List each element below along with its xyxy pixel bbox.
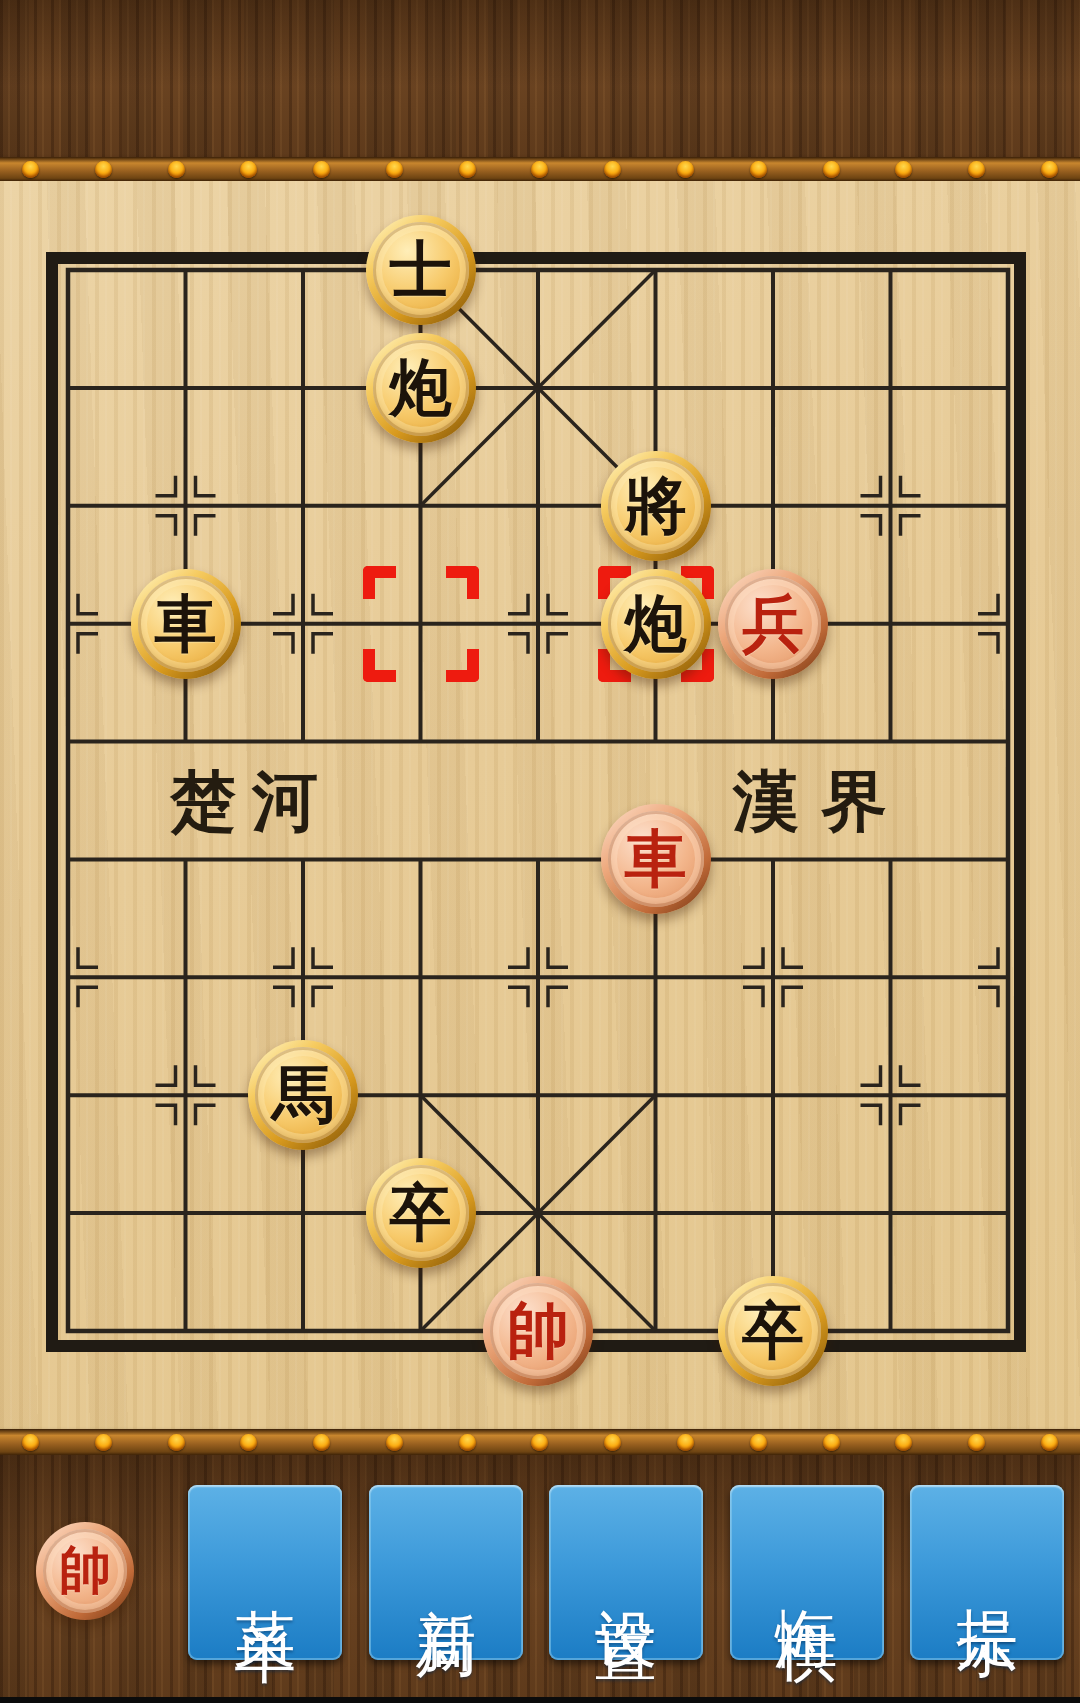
last-move-origin-marker (363, 566, 479, 682)
button-label: 新局 (404, 1559, 488, 1587)
rivet (531, 1434, 548, 1451)
rivet (240, 161, 257, 178)
piece-character: 車 (155, 582, 217, 666)
piece-character: 將 (625, 464, 687, 548)
rivet (168, 161, 185, 178)
new-game-button[interactable]: 新局 (369, 1485, 523, 1660)
marker-corner (363, 649, 396, 682)
rivet (895, 161, 912, 178)
top-wood-panel (0, 0, 1080, 158)
river-label-left: 楚河 (142, 762, 362, 842)
rivet (240, 1434, 257, 1451)
piece-character: 馬 (272, 1053, 334, 1137)
rivet (750, 161, 767, 178)
rivet (386, 161, 403, 178)
rivet (604, 1434, 621, 1451)
piece-black-soldier[interactable]: 卒 (366, 1158, 476, 1268)
rivet (168, 1434, 185, 1451)
settings-button[interactable]: 设置 (549, 1485, 703, 1660)
rivet (968, 1434, 985, 1451)
piece-character: 車 (625, 817, 687, 901)
xiangqi-app: 楚河 漢界 士炮將車炮兵車馬卒帥卒 帥 菜单新局设置悔棋提示 (0, 0, 1080, 1703)
piece-black-general[interactable]: 將 (601, 451, 711, 561)
piece-red-chariot[interactable]: 車 (601, 804, 711, 914)
piece-black-cannon[interactable]: 炮 (601, 569, 711, 679)
piece-black-cannon[interactable]: 炮 (366, 333, 476, 443)
red-general-tray-icon[interactable]: 帥 (36, 1522, 134, 1620)
piece-red-soldier[interactable]: 兵 (718, 569, 828, 679)
piece-black-horse[interactable]: 馬 (248, 1040, 358, 1150)
rivet (313, 161, 330, 178)
rivet (968, 161, 985, 178)
undo-button[interactable]: 悔棋 (730, 1485, 884, 1660)
piece-character: 帥 (507, 1289, 569, 1373)
piece-black-soldier[interactable]: 卒 (718, 1276, 828, 1386)
rivet (459, 1434, 476, 1451)
top-rivet-bar (0, 157, 1080, 182)
piece-black-advisor[interactable]: 士 (366, 215, 476, 325)
river-label-right: 漢界 (711, 762, 931, 842)
rivet (1041, 1434, 1058, 1451)
rivet (95, 1434, 112, 1451)
rivet (386, 1434, 403, 1451)
rivet (895, 1434, 912, 1451)
rivet (677, 161, 694, 178)
bottom-strip (0, 1697, 1080, 1703)
piece-character: 炮 (625, 582, 687, 666)
rivet (604, 161, 621, 178)
rivet (22, 161, 39, 178)
hint-button[interactable]: 提示 (910, 1485, 1064, 1660)
piece-character: 卒 (390, 1171, 452, 1255)
button-label: 菜单 (223, 1559, 307, 1587)
button-label: 悔棋 (765, 1559, 849, 1587)
rivet (22, 1434, 39, 1451)
rivet (313, 1434, 330, 1451)
piece-black-chariot[interactable]: 車 (131, 569, 241, 679)
rivet (95, 161, 112, 178)
marker-corner (446, 566, 479, 599)
piece-character: 帥 (59, 1536, 111, 1606)
rivet (1041, 161, 1058, 178)
button-label: 设置 (584, 1559, 668, 1587)
piece-red-general[interactable]: 帥 (483, 1276, 593, 1386)
rivet (459, 161, 476, 178)
marker-corner (446, 649, 479, 682)
rivet (531, 161, 548, 178)
piece-character: 炮 (390, 346, 452, 430)
marker-corner (363, 566, 396, 599)
piece-character: 士 (390, 228, 452, 312)
piece-character: 卒 (742, 1289, 804, 1373)
piece-character: 兵 (742, 582, 804, 666)
bottom-rivet-bar (0, 1429, 1080, 1456)
rivet (750, 1434, 767, 1451)
rivet (677, 1434, 694, 1451)
rivet (823, 161, 840, 178)
button-label: 提示 (945, 1559, 1029, 1587)
rivet (823, 1434, 840, 1451)
menu-button[interactable]: 菜单 (188, 1485, 342, 1660)
